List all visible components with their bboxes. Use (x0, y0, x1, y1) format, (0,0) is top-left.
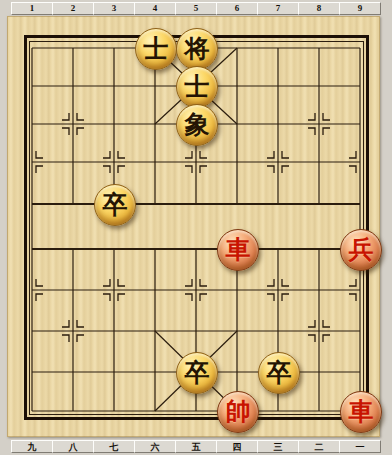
xiangqi-app-window: 123456789 士将士象卒車兵卒卒帥車 九八七六五四三二一 (0, 0, 392, 455)
piece-red-general[interactable]: 帥 (217, 391, 259, 433)
file-label-bottom-7: 三 (257, 440, 299, 453)
file-label-top-2: 2 (52, 2, 94, 15)
file-label-bottom-8: 二 (298, 440, 340, 453)
piece-black-soldier-1[interactable]: 卒 (94, 184, 136, 226)
piece-red-soldier[interactable]: 兵 (340, 229, 382, 271)
piece-red-chariot-1[interactable]: 車 (217, 229, 259, 271)
piece-black-soldier-3[interactable]: 卒 (258, 352, 300, 394)
file-label-top-3: 3 (93, 2, 135, 15)
file-label-top-1: 1 (11, 2, 53, 15)
file-label-bottom-3: 七 (93, 440, 135, 453)
file-label-top-5: 5 (175, 2, 217, 15)
piece-black-soldier-2[interactable]: 卒 (176, 352, 218, 394)
file-label-bottom-4: 六 (134, 440, 176, 453)
top-file-labels: 123456789 (0, 2, 392, 16)
file-label-bottom-6: 四 (216, 440, 258, 453)
file-label-top-8: 8 (298, 2, 340, 15)
file-label-bottom-2: 八 (52, 440, 94, 453)
file-label-bottom-9: 一 (339, 440, 381, 453)
piece-black-general[interactable]: 将 (176, 28, 218, 70)
file-label-top-7: 7 (257, 2, 299, 15)
file-label-top-6: 6 (216, 2, 258, 15)
bottom-file-labels: 九八七六五四三二一 (0, 440, 392, 454)
file-label-bottom-1: 九 (11, 440, 53, 453)
piece-black-advisor-1[interactable]: 士 (135, 28, 177, 70)
file-label-top-4: 4 (134, 2, 176, 15)
piece-black-advisor-2[interactable]: 士 (176, 66, 218, 108)
piece-red-chariot-2[interactable]: 車 (340, 391, 382, 433)
piece-black-elephant[interactable]: 象 (176, 104, 218, 146)
file-label-bottom-5: 五 (175, 440, 217, 453)
file-label-top-9: 9 (339, 2, 381, 15)
